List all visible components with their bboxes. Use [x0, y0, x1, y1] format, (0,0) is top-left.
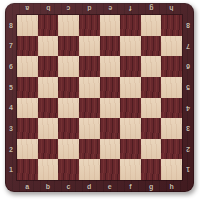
square-a1[interactable]: [17, 159, 38, 180]
file-label: b: [38, 3, 59, 15]
rank-label: 5: [5, 77, 17, 98]
square-b6[interactable]: [38, 56, 59, 77]
rank-label: 1: [5, 159, 17, 180]
square-g2[interactable]: [141, 139, 162, 160]
square-a5[interactable]: [17, 77, 38, 98]
file-label: e: [100, 180, 121, 192]
rank-label: 3: [5, 118, 17, 139]
square-a2[interactable]: [17, 139, 38, 160]
square-a3[interactable]: [17, 118, 38, 139]
rank-label: 6: [182, 56, 194, 77]
square-b1[interactable]: [38, 159, 59, 180]
square-f8[interactable]: [120, 15, 141, 36]
square-e6[interactable]: [100, 56, 121, 77]
square-g6[interactable]: [141, 56, 162, 77]
rank-label: 6: [5, 56, 17, 77]
square-c4[interactable]: [58, 98, 79, 119]
square-g8[interactable]: [141, 15, 162, 36]
square-g4[interactable]: [141, 98, 162, 119]
square-f6[interactable]: [120, 56, 141, 77]
rank-label: 2: [182, 139, 194, 160]
file-label: d: [79, 3, 100, 15]
square-c7[interactable]: [58, 36, 79, 57]
square-h8[interactable]: [161, 15, 182, 36]
square-h1[interactable]: [161, 159, 182, 180]
square-g1[interactable]: [141, 159, 162, 180]
square-c2[interactable]: [58, 139, 79, 160]
square-a6[interactable]: [17, 56, 38, 77]
file-label: h: [161, 180, 182, 192]
square-d2[interactable]: [79, 139, 100, 160]
square-e2[interactable]: [100, 139, 121, 160]
rank-label: 4: [5, 98, 17, 119]
file-label: a: [17, 3, 38, 15]
square-b2[interactable]: [38, 139, 59, 160]
square-f2[interactable]: [120, 139, 141, 160]
rank-labels-left: 87654321: [5, 15, 17, 180]
square-f1[interactable]: [120, 159, 141, 180]
rank-label: 7: [5, 36, 17, 57]
square-h4[interactable]: [161, 98, 182, 119]
file-label: g: [141, 180, 162, 192]
square-b8[interactable]: [38, 15, 59, 36]
rank-labels-right: 87654321: [182, 15, 194, 180]
square-d3[interactable]: [79, 118, 100, 139]
square-g7[interactable]: [141, 36, 162, 57]
square-e7[interactable]: [100, 36, 121, 57]
square-f7[interactable]: [120, 36, 141, 57]
rank-label: 5: [182, 77, 194, 98]
square-h3[interactable]: [161, 118, 182, 139]
square-h7[interactable]: [161, 36, 182, 57]
rank-label: 8: [5, 15, 17, 36]
square-e4[interactable]: [100, 98, 121, 119]
square-b3[interactable]: [38, 118, 59, 139]
rank-label: 2: [5, 139, 17, 160]
square-a7[interactable]: [17, 36, 38, 57]
square-c1[interactable]: [58, 159, 79, 180]
square-g5[interactable]: [141, 77, 162, 98]
file-label: g: [141, 3, 162, 15]
square-c6[interactable]: [58, 56, 79, 77]
rank-label: 4: [182, 98, 194, 119]
square-d6[interactable]: [79, 56, 100, 77]
file-label: d: [79, 180, 100, 192]
rank-label: 3: [182, 118, 194, 139]
square-e3[interactable]: [100, 118, 121, 139]
square-b7[interactable]: [38, 36, 59, 57]
file-label: f: [120, 180, 141, 192]
square-a4[interactable]: [17, 98, 38, 119]
file-label: c: [58, 3, 79, 15]
file-labels-bottom: abcdefgh: [17, 180, 182, 192]
rank-label: 7: [182, 36, 194, 57]
square-c8[interactable]: [58, 15, 79, 36]
file-label: h: [161, 3, 182, 15]
square-d1[interactable]: [79, 159, 100, 180]
square-h6[interactable]: [161, 56, 182, 77]
square-f4[interactable]: [120, 98, 141, 119]
file-labels-top: abcdefgh: [17, 3, 182, 15]
file-label: b: [38, 180, 59, 192]
file-label: a: [17, 180, 38, 192]
square-g3[interactable]: [141, 118, 162, 139]
file-label: c: [58, 180, 79, 192]
square-c5[interactable]: [58, 77, 79, 98]
square-f3[interactable]: [120, 118, 141, 139]
square-d5[interactable]: [79, 77, 100, 98]
chess-board: abcdefgh abcdefgh 87654321 87654321: [5, 3, 194, 192]
square-d4[interactable]: [79, 98, 100, 119]
file-label: e: [100, 3, 121, 15]
board-photo: abcdefgh abcdefgh 87654321 87654321: [0, 0, 200, 200]
square-a8[interactable]: [17, 15, 38, 36]
file-label: f: [120, 3, 141, 15]
square-d8[interactable]: [79, 15, 100, 36]
rank-label: 8: [182, 15, 194, 36]
rank-label: 1: [182, 159, 194, 180]
square-f5[interactable]: [120, 77, 141, 98]
square-c3[interactable]: [58, 118, 79, 139]
square-e5[interactable]: [100, 77, 121, 98]
square-d7[interactable]: [79, 36, 100, 57]
square-e8[interactable]: [100, 15, 121, 36]
playing-area: [17, 15, 182, 180]
square-h2[interactable]: [161, 139, 182, 160]
square-b4[interactable]: [38, 98, 59, 119]
square-h5[interactable]: [161, 77, 182, 98]
square-e1[interactable]: [100, 159, 121, 180]
square-b5[interactable]: [38, 77, 59, 98]
